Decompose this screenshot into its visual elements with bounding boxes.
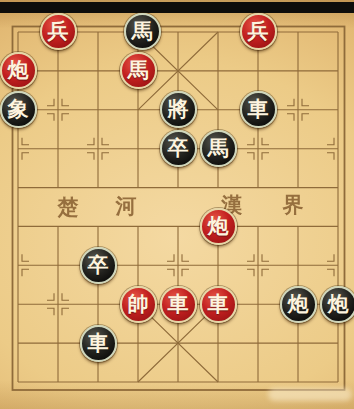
piece-glyph: 將 <box>168 99 189 120</box>
piece-glyph: 炮 <box>328 293 349 314</box>
piece-red-cannon[interactable]: 炮 <box>0 52 37 89</box>
piece-glyph: 卒 <box>88 254 109 275</box>
piece-black-chariot[interactable]: 車 <box>80 325 117 362</box>
piece-red-chariot[interactable]: 車 <box>200 286 237 323</box>
piece-red-soldier[interactable]: 兵 <box>40 13 77 50</box>
piece-glyph: 炮 <box>288 293 309 314</box>
xiangqi-app-screen: 楚 河 漢 界 兵馬兵炮馬象將車卒馬炮卒帥車車炮炮車 <box>0 0 354 409</box>
piece-glyph: 馬 <box>132 21 153 42</box>
piece-black-soldier[interactable]: 卒 <box>80 247 117 284</box>
piece-black-elephant[interactable]: 象 <box>0 91 37 128</box>
piece-black-cannon[interactable]: 炮 <box>280 286 317 323</box>
piece-black-soldier[interactable]: 卒 <box>160 130 197 167</box>
piece-glyph: 炮 <box>208 215 229 236</box>
xiangqi-board[interactable]: 楚 河 漢 界 兵馬兵炮馬象將車卒馬炮卒帥車車炮炮車 <box>0 0 354 409</box>
river-text-he: 河 <box>114 194 138 218</box>
piece-glyph: 馬 <box>208 138 229 159</box>
piece-glyph: 帥 <box>128 293 149 314</box>
piece-glyph: 象 <box>8 99 29 120</box>
piece-glyph: 車 <box>208 293 229 314</box>
piece-glyph: 卒 <box>168 138 189 159</box>
river-text-chu: 楚 <box>56 195 80 219</box>
piece-black-horse[interactable]: 馬 <box>200 130 237 167</box>
piece-glyph: 兵 <box>248 21 269 42</box>
river-text-jie: 界 <box>281 193 305 217</box>
piece-red-cannon[interactable]: 炮 <box>200 208 237 245</box>
piece-glyph: 車 <box>88 332 109 353</box>
piece-black-general[interactable]: 將 <box>160 91 197 128</box>
piece-red-general[interactable]: 帥 <box>120 286 157 323</box>
piece-black-horse[interactable]: 馬 <box>124 13 161 50</box>
piece-glyph: 車 <box>168 293 189 314</box>
piece-black-cannon[interactable]: 炮 <box>320 286 354 323</box>
piece-glyph: 馬 <box>128 60 149 81</box>
piece-glyph: 兵 <box>48 21 69 42</box>
piece-black-chariot[interactable]: 車 <box>240 91 277 128</box>
piece-glyph: 炮 <box>8 60 29 81</box>
watermark-smudge <box>268 388 352 401</box>
piece-red-soldier[interactable]: 兵 <box>240 13 277 50</box>
piece-red-chariot[interactable]: 車 <box>160 286 197 323</box>
piece-red-horse[interactable]: 馬 <box>120 52 157 89</box>
piece-glyph: 車 <box>248 99 269 120</box>
